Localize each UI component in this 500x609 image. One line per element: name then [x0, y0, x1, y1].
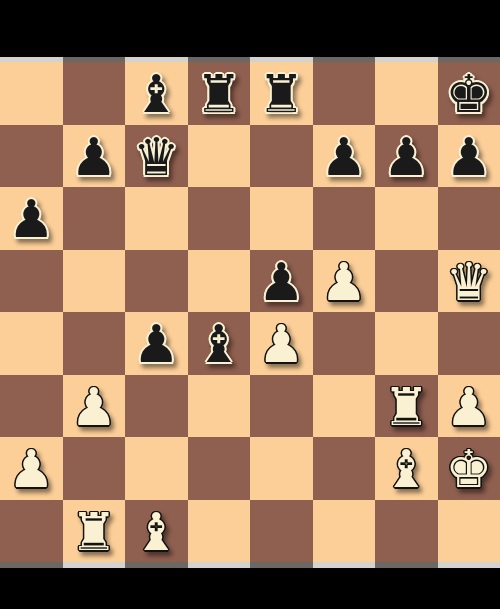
piece-black-king-h8[interactable]: ♚: [445, 63, 492, 125]
square-d3[interactable]: [188, 375, 251, 438]
square-h3[interactable]: ♟: [438, 375, 500, 438]
piece-black-bishop-c8[interactable]: ♝: [133, 63, 180, 125]
square-h6[interactable]: [438, 187, 500, 250]
piece-black-pawn-c4[interactable]: ♟: [133, 313, 180, 375]
top-panel: [0, 0, 500, 57]
square-f1[interactable]: [313, 500, 376, 563]
square-h5[interactable]: ♛: [438, 250, 500, 313]
square-a5[interactable]: [0, 250, 63, 313]
square-g1[interactable]: [375, 500, 438, 563]
square-b6[interactable]: [63, 187, 126, 250]
square-d1[interactable]: [188, 500, 251, 563]
square-f2[interactable]: [313, 437, 376, 500]
piece-white-rook-g3[interactable]: ♜: [383, 376, 430, 438]
square-c6[interactable]: [125, 187, 188, 250]
piece-black-pawn-g7[interactable]: ♟: [383, 126, 430, 188]
piece-white-pawn-h3[interactable]: ♟: [445, 376, 492, 438]
square-b1[interactable]: ♜: [63, 500, 126, 563]
square-b3[interactable]: ♟: [63, 375, 126, 438]
chess-app: ♝♜♜♚♟♛♟♟♟♟♟♟♛♟♝♟♟♜♟♟♝♚♜♝: [0, 0, 500, 609]
square-d8[interactable]: ♜: [188, 62, 251, 125]
square-a1[interactable]: [0, 500, 63, 563]
bottom-panel: [0, 568, 500, 609]
square-e3[interactable]: [250, 375, 313, 438]
square-a8[interactable]: [0, 62, 63, 125]
square-f8[interactable]: [313, 62, 376, 125]
chess-board: ♝♜♜♚♟♛♟♟♟♟♟♟♛♟♝♟♟♜♟♟♝♚♜♝: [0, 62, 500, 562]
square-d4[interactable]: ♝: [188, 312, 251, 375]
square-e1[interactable]: [250, 500, 313, 563]
piece-black-queen-c7[interactable]: ♛: [133, 126, 180, 188]
piece-white-pawn-a2[interactable]: ♟: [8, 438, 55, 500]
piece-white-rook-b1[interactable]: ♜: [70, 501, 117, 563]
piece-black-pawn-f7[interactable]: ♟: [320, 126, 367, 188]
square-b4[interactable]: [63, 312, 126, 375]
square-g3[interactable]: ♜: [375, 375, 438, 438]
square-f3[interactable]: [313, 375, 376, 438]
piece-black-rook-d8[interactable]: ♜: [195, 63, 242, 125]
square-f5[interactable]: ♟: [313, 250, 376, 313]
piece-white-king-h2[interactable]: ♚: [445, 438, 492, 500]
square-b8[interactable]: [63, 62, 126, 125]
square-g4[interactable]: [375, 312, 438, 375]
piece-black-pawn-e5[interactable]: ♟: [258, 251, 305, 313]
square-b2[interactable]: [63, 437, 126, 500]
square-d2[interactable]: [188, 437, 251, 500]
piece-white-bishop-c1[interactable]: ♝: [133, 501, 180, 563]
square-d6[interactable]: [188, 187, 251, 250]
square-a7[interactable]: [0, 125, 63, 188]
square-d7[interactable]: [188, 125, 251, 188]
square-b7[interactable]: ♟: [63, 125, 126, 188]
square-f7[interactable]: ♟: [313, 125, 376, 188]
square-a2[interactable]: ♟: [0, 437, 63, 500]
piece-white-pawn-b3[interactable]: ♟: [70, 376, 117, 438]
piece-black-pawn-b7[interactable]: ♟: [70, 126, 117, 188]
square-g7[interactable]: ♟: [375, 125, 438, 188]
square-e8[interactable]: ♜: [250, 62, 313, 125]
piece-white-pawn-f5[interactable]: ♟: [320, 251, 367, 313]
square-c7[interactable]: ♛: [125, 125, 188, 188]
square-h7[interactable]: ♟: [438, 125, 500, 188]
square-c2[interactable]: [125, 437, 188, 500]
square-c4[interactable]: ♟: [125, 312, 188, 375]
square-a3[interactable]: [0, 375, 63, 438]
piece-black-rook-e8[interactable]: ♜: [258, 63, 305, 125]
square-d5[interactable]: [188, 250, 251, 313]
square-h4[interactable]: [438, 312, 500, 375]
square-g2[interactable]: ♝: [375, 437, 438, 500]
square-c3[interactable]: [125, 375, 188, 438]
piece-white-bishop-g2[interactable]: ♝: [383, 438, 430, 500]
piece-white-queen-h5[interactable]: ♛: [445, 251, 492, 313]
square-f4[interactable]: [313, 312, 376, 375]
piece-black-pawn-h7[interactable]: ♟: [445, 126, 492, 188]
square-b5[interactable]: [63, 250, 126, 313]
piece-white-pawn-e4[interactable]: ♟: [258, 313, 305, 375]
square-e6[interactable]: [250, 187, 313, 250]
piece-black-bishop-d4[interactable]: ♝: [195, 313, 242, 375]
square-a4[interactable]: [0, 312, 63, 375]
square-c1[interactable]: ♝: [125, 500, 188, 563]
square-g8[interactable]: [375, 62, 438, 125]
square-h8[interactable]: ♚: [438, 62, 500, 125]
square-h2[interactable]: ♚: [438, 437, 500, 500]
square-e5[interactable]: ♟: [250, 250, 313, 313]
square-g5[interactable]: [375, 250, 438, 313]
square-h1[interactable]: [438, 500, 500, 563]
square-c5[interactable]: [125, 250, 188, 313]
square-e7[interactable]: [250, 125, 313, 188]
piece-black-pawn-a6[interactable]: ♟: [8, 188, 55, 250]
square-a6[interactable]: ♟: [0, 187, 63, 250]
square-e2[interactable]: [250, 437, 313, 500]
square-e4[interactable]: ♟: [250, 312, 313, 375]
square-g6[interactable]: [375, 187, 438, 250]
square-c8[interactable]: ♝: [125, 62, 188, 125]
square-f6[interactable]: [313, 187, 376, 250]
